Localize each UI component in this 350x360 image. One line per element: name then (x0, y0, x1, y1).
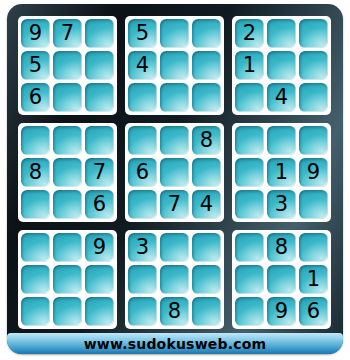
cell-r6c4[interactable] (128, 190, 157, 219)
cell-r9c7[interactable] (235, 297, 264, 326)
sudoku-box-0-2: 214 (232, 16, 331, 115)
cell-r7c8[interactable]: 8 (267, 233, 296, 262)
cell-r1c8[interactable] (267, 19, 296, 48)
cell-r4c8[interactable] (267, 126, 296, 155)
footer-bar: www.sudokusweb.com (7, 333, 343, 354)
sudoku-box-1-0: 876 (18, 123, 117, 222)
cell-r8c3[interactable] (85, 265, 114, 294)
cell-r7c7[interactable] (235, 233, 264, 262)
cell-r5c4[interactable]: 6 (128, 158, 157, 187)
cell-r7c3[interactable]: 9 (85, 233, 114, 262)
cell-r9c6[interactable] (192, 297, 221, 326)
cell-r3c7[interactable] (235, 83, 264, 112)
cell-r4c9[interactable] (299, 126, 328, 155)
cell-r6c9[interactable] (299, 190, 328, 219)
board-frame: 97565421487686741939388196 www.sudokuswe… (7, 4, 343, 354)
cell-r6c3[interactable]: 6 (85, 190, 114, 219)
cell-r8c9[interactable]: 1 (299, 265, 328, 294)
cell-r6c1[interactable] (21, 190, 50, 219)
cell-r5c9[interactable]: 9 (299, 158, 328, 187)
cell-r7c1[interactable] (21, 233, 50, 262)
cell-r1c4[interactable]: 5 (128, 19, 157, 48)
sudoku-box-1-2: 193 (232, 123, 331, 222)
cell-r2c5[interactable] (160, 51, 189, 80)
cell-r3c9[interactable] (299, 83, 328, 112)
cell-r5c1[interactable]: 8 (21, 158, 50, 187)
cell-r1c3[interactable] (85, 19, 114, 48)
cell-r3c5[interactable] (160, 83, 189, 112)
cell-r4c2[interactable] (53, 126, 82, 155)
cell-r9c3[interactable] (85, 297, 114, 326)
cell-r2c3[interactable] (85, 51, 114, 80)
cell-r4c3[interactable] (85, 126, 114, 155)
cell-r8c5[interactable] (160, 265, 189, 294)
cell-r1c2[interactable]: 7 (53, 19, 82, 48)
cell-r2c9[interactable] (299, 51, 328, 80)
cell-r7c4[interactable]: 3 (128, 233, 157, 262)
cell-r7c6[interactable] (192, 233, 221, 262)
cell-r9c8[interactable]: 9 (267, 297, 296, 326)
cell-r7c2[interactable] (53, 233, 82, 262)
cell-r6c2[interactable] (53, 190, 82, 219)
cell-r5c3[interactable]: 7 (85, 158, 114, 187)
cell-r5c5[interactable] (160, 158, 189, 187)
cell-r2c4[interactable]: 4 (128, 51, 157, 80)
cell-r1c6[interactable] (192, 19, 221, 48)
cell-r9c5[interactable]: 8 (160, 297, 189, 326)
sudoku-box-2-1: 38 (125, 230, 224, 329)
sudoku-box-2-0: 9 (18, 230, 117, 329)
cell-r8c8[interactable] (267, 265, 296, 294)
cell-r3c1[interactable]: 6 (21, 83, 50, 112)
cell-r7c5[interactable] (160, 233, 189, 262)
cell-r6c7[interactable] (235, 190, 264, 219)
cell-r6c6[interactable]: 4 (192, 190, 221, 219)
cell-r3c8[interactable]: 4 (267, 83, 296, 112)
cell-r1c1[interactable]: 9 (21, 19, 50, 48)
cell-r8c1[interactable] (21, 265, 50, 294)
sudoku-box-2-2: 8196 (232, 230, 331, 329)
cell-r1c9[interactable] (299, 19, 328, 48)
cell-r5c8[interactable]: 1 (267, 158, 296, 187)
cell-r2c1[interactable]: 5 (21, 51, 50, 80)
cell-r4c7[interactable] (235, 126, 264, 155)
cell-r3c6[interactable] (192, 83, 221, 112)
cell-r4c5[interactable] (160, 126, 189, 155)
cell-r9c9[interactable]: 6 (299, 297, 328, 326)
cell-r7c9[interactable] (299, 233, 328, 262)
cell-r8c2[interactable] (53, 265, 82, 294)
cell-r3c3[interactable] (85, 83, 114, 112)
cell-r9c4[interactable] (128, 297, 157, 326)
sudoku-box-0-1: 54 (125, 16, 224, 115)
cell-r8c4[interactable] (128, 265, 157, 294)
sudoku-box-0-0: 9756 (18, 16, 117, 115)
cell-r9c1[interactable] (21, 297, 50, 326)
cell-r2c7[interactable]: 1 (235, 51, 264, 80)
cell-r8c7[interactable] (235, 265, 264, 294)
sudoku-box-1-1: 8674 (125, 123, 224, 222)
cell-r2c2[interactable] (53, 51, 82, 80)
cell-r4c6[interactable]: 8 (192, 126, 221, 155)
cell-r3c2[interactable] (53, 83, 82, 112)
cell-r2c6[interactable] (192, 51, 221, 80)
cell-r5c6[interactable] (192, 158, 221, 187)
cell-r1c5[interactable] (160, 19, 189, 48)
cell-r4c1[interactable] (21, 126, 50, 155)
cell-r8c6[interactable] (192, 265, 221, 294)
cell-r1c7[interactable]: 2 (235, 19, 264, 48)
sudoku-board: 97565421487686741939388196 (18, 16, 331, 329)
cell-r9c2[interactable] (53, 297, 82, 326)
cell-r5c7[interactable] (235, 158, 264, 187)
cell-r5c2[interactable] (53, 158, 82, 187)
cell-r3c4[interactable] (128, 83, 157, 112)
cell-r2c8[interactable] (267, 51, 296, 80)
site-url[interactable]: www.sudokusweb.com (84, 336, 267, 352)
cell-r6c5[interactable]: 7 (160, 190, 189, 219)
cell-r6c8[interactable]: 3 (267, 190, 296, 219)
cell-r4c4[interactable] (128, 126, 157, 155)
